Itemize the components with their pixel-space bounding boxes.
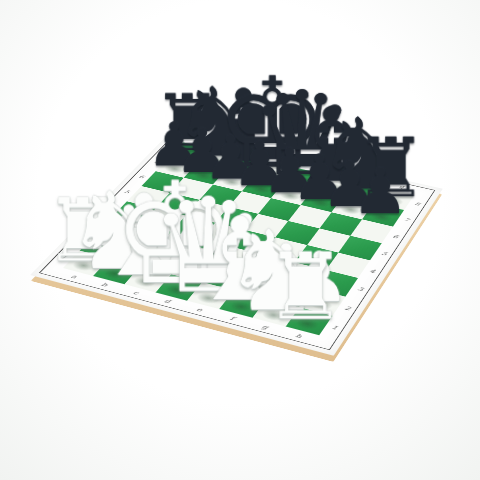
- board-mat: abcdefgh abcdefgh 87654321 87654321 ♜♞♝♚…: [30, 129, 443, 356]
- white-rook[interactable]: ♜: [213, 250, 399, 325]
- checker-grid: ♜♞♝♚♛♝♞♜♟♟♟♟♟♟♟♟♟♟♟♟♟♟♟♟♜♞♝♚♛♝♞♜: [63, 142, 415, 335]
- chess-board-3d: abcdefgh abcdefgh 87654321 87654321 ♜♞♝♚…: [30, 129, 443, 356]
- product-photo-scene: abcdefgh abcdefgh 87654321 87654321 ♜♞♝♚…: [0, 0, 480, 480]
